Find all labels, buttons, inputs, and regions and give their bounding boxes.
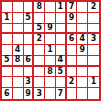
cell-r1c8[interactable] bbox=[77, 2, 88, 13]
cell-r1c6[interactable]: 1 bbox=[56, 2, 67, 13]
cell-r5c4[interactable] bbox=[34, 45, 45, 56]
cell-r3c2[interactable] bbox=[13, 24, 24, 35]
cell-r2c6[interactable] bbox=[56, 13, 67, 24]
cell-r3c6[interactable] bbox=[56, 24, 67, 35]
cell-r3c8[interactable] bbox=[77, 24, 88, 35]
cell-r1c1[interactable] bbox=[2, 2, 13, 13]
cell-r6c3[interactable]: 6 bbox=[24, 56, 35, 67]
cell-r3c5[interactable]: 9 bbox=[45, 24, 56, 35]
cell-r6c6[interactable]: 4 bbox=[56, 56, 67, 67]
sudoku-board: 81721595926434195864853216937 bbox=[0, 0, 101, 101]
cell-r7c2[interactable] bbox=[13, 67, 24, 78]
cell-r9c4[interactable]: 3 bbox=[34, 88, 45, 99]
cell-r7c7[interactable] bbox=[67, 67, 78, 78]
cell-r5c3[interactable] bbox=[24, 45, 35, 56]
cell-r8c5[interactable] bbox=[45, 77, 56, 88]
cell-r1c2[interactable] bbox=[13, 2, 24, 13]
cell-r5c2[interactable]: 4 bbox=[13, 45, 24, 56]
cell-r9c1[interactable]: 6 bbox=[2, 88, 13, 99]
cell-r6c9[interactable] bbox=[88, 56, 99, 67]
cell-r9c3[interactable]: 9 bbox=[24, 88, 35, 99]
cell-r8c2[interactable] bbox=[13, 77, 24, 88]
cell-r8c3[interactable]: 3 bbox=[24, 77, 35, 88]
cell-r2c7[interactable]: 9 bbox=[67, 13, 78, 24]
cell-r9c8[interactable] bbox=[77, 88, 88, 99]
cell-r4c1[interactable] bbox=[2, 34, 13, 45]
cell-r9c9[interactable] bbox=[88, 88, 99, 99]
cell-r1c7[interactable]: 7 bbox=[67, 2, 78, 13]
cell-r1c3[interactable] bbox=[24, 2, 35, 13]
cell-r7c5[interactable]: 8 bbox=[45, 67, 56, 78]
cell-r2c9[interactable] bbox=[88, 13, 99, 24]
cell-r6c7[interactable] bbox=[67, 56, 78, 67]
cell-r7c6[interactable]: 5 bbox=[56, 67, 67, 78]
cell-r8c8[interactable] bbox=[77, 77, 88, 88]
cell-r6c1[interactable]: 5 bbox=[2, 56, 13, 67]
cell-r6c2[interactable]: 8 bbox=[13, 56, 24, 67]
cell-r3c9[interactable] bbox=[88, 24, 99, 35]
cell-r4c8[interactable]: 4 bbox=[77, 34, 88, 45]
cell-r5c5[interactable]: 1 bbox=[45, 45, 56, 56]
cell-r8c1[interactable] bbox=[2, 77, 13, 88]
cell-r8c7[interactable]: 2 bbox=[67, 77, 78, 88]
cell-r2c2[interactable] bbox=[13, 13, 24, 24]
cell-r2c3[interactable]: 5 bbox=[24, 13, 35, 24]
cell-r1c9[interactable]: 2 bbox=[88, 2, 99, 13]
cell-r5c7[interactable] bbox=[67, 45, 78, 56]
cell-r7c1[interactable] bbox=[2, 67, 13, 78]
cell-r9c6[interactable]: 7 bbox=[56, 88, 67, 99]
cell-r7c9[interactable] bbox=[88, 67, 99, 78]
cell-r5c6[interactable] bbox=[56, 45, 67, 56]
cell-r4c9[interactable]: 3 bbox=[88, 34, 99, 45]
cell-r5c9[interactable] bbox=[88, 45, 99, 56]
cell-r3c3[interactable] bbox=[24, 24, 35, 35]
cell-r3c4[interactable]: 5 bbox=[34, 24, 45, 35]
cell-r8c9[interactable]: 1 bbox=[88, 77, 99, 88]
cell-r2c5[interactable] bbox=[45, 13, 56, 24]
cell-r4c3[interactable] bbox=[24, 34, 35, 45]
cell-r9c7[interactable] bbox=[67, 88, 78, 99]
cell-r2c8[interactable] bbox=[77, 13, 88, 24]
cell-r4c5[interactable] bbox=[45, 34, 56, 45]
cell-r6c5[interactable] bbox=[45, 56, 56, 67]
cell-r1c4[interactable]: 8 bbox=[34, 2, 45, 13]
cell-r7c8[interactable] bbox=[77, 67, 88, 78]
cell-r8c6[interactable] bbox=[56, 77, 67, 88]
cell-r4c6[interactable] bbox=[56, 34, 67, 45]
cell-r9c5[interactable] bbox=[45, 88, 56, 99]
cell-r3c7[interactable] bbox=[67, 24, 78, 35]
cell-r7c4[interactable] bbox=[34, 67, 45, 78]
cell-r1c5[interactable] bbox=[45, 2, 56, 13]
cell-r7c3[interactable] bbox=[24, 67, 35, 78]
cell-r5c1[interactable] bbox=[2, 45, 13, 56]
cell-r2c1[interactable]: 1 bbox=[2, 13, 13, 24]
cell-r9c2[interactable] bbox=[13, 88, 24, 99]
cell-r4c4[interactable]: 2 bbox=[34, 34, 45, 45]
cell-r5c8[interactable]: 9 bbox=[77, 45, 88, 56]
cell-r6c8[interactable] bbox=[77, 56, 88, 67]
cell-r4c7[interactable]: 6 bbox=[67, 34, 78, 45]
cell-r8c4[interactable] bbox=[34, 77, 45, 88]
cell-r4c2[interactable] bbox=[13, 34, 24, 45]
cell-r3c1[interactable] bbox=[2, 24, 13, 35]
cell-r6c4[interactable] bbox=[34, 56, 45, 67]
cell-r2c4[interactable] bbox=[34, 13, 45, 24]
